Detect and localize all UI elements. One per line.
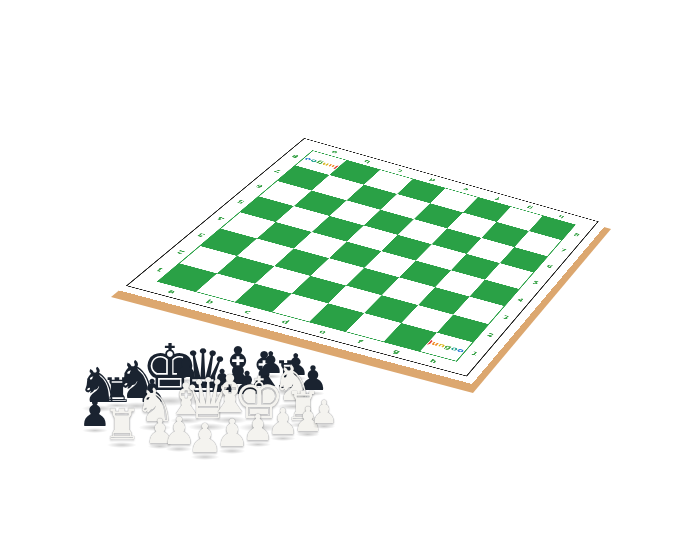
pieces-layer: ♞♞♟♜♚♟♛♟♝♟♟♝♟♟♜♟♜♞♟♝♟♛♟♝♟♚♟♞♟♜♟♟ (0, 0, 700, 560)
chess-set-product-photo: JungooJungoo aa11bb22cc33dd44ee55ff66gg7… (0, 0, 700, 560)
white-pawn-piece: ♟ (310, 396, 339, 428)
